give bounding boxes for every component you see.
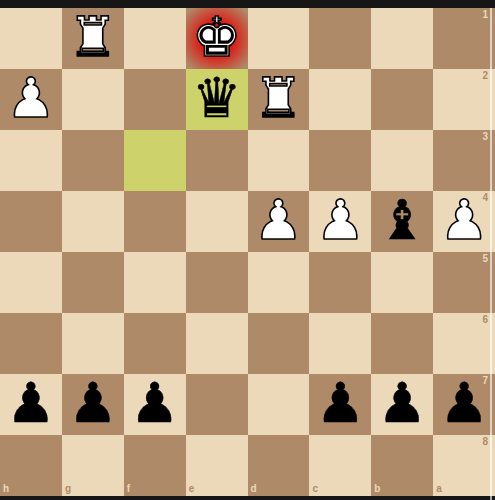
coord-rank-5: 5 [482, 253, 488, 264]
square-c4[interactable]: ♟ [309, 191, 371, 252]
square-a2[interactable]: 2 [433, 69, 495, 130]
coord-file-b: b [374, 483, 380, 494]
coord-rank-2: 2 [482, 70, 488, 81]
white-pawn[interactable]: ♟ [6, 69, 55, 129]
square-b8[interactable]: b [371, 435, 433, 496]
square-b7[interactable]: ♟ [371, 374, 433, 435]
chess-board[interactable]: ♜♚1♟♛♜23♟♟♝♟456♟♟♟♟♟♟7hgfedcba8 [0, 8, 495, 496]
page-frame: ♜♚1♟♛♜23♟♟♝♟456♟♟♟♟♟♟7hgfedcba8 [0, 0, 495, 500]
square-b3[interactable] [371, 130, 433, 191]
white-rook[interactable]: ♜ [254, 69, 303, 129]
square-b4[interactable]: ♝ [371, 191, 433, 252]
square-a6[interactable]: 6 [433, 313, 495, 374]
square-h7[interactable]: ♟ [0, 374, 62, 435]
black-pawn[interactable]: ♟ [130, 374, 179, 434]
top-bar [0, 0, 495, 8]
square-d1[interactable] [248, 8, 310, 69]
white-pawn[interactable]: ♟ [254, 191, 303, 251]
square-d4[interactable]: ♟ [248, 191, 310, 252]
white-pawn[interactable]: ♟ [316, 191, 365, 251]
square-d7[interactable] [248, 374, 310, 435]
square-d3[interactable] [248, 130, 310, 191]
black-pawn[interactable]: ♟ [6, 374, 55, 434]
square-h8[interactable]: h [0, 435, 62, 496]
white-king[interactable]: ♚ [192, 8, 241, 68]
coord-file-a: a [436, 483, 442, 494]
square-d6[interactable] [248, 313, 310, 374]
square-d8[interactable]: d [248, 435, 310, 496]
square-c1[interactable] [309, 8, 371, 69]
coord-file-d: d [251, 483, 257, 494]
square-f8[interactable]: f [124, 435, 186, 496]
square-a8[interactable]: a8 [433, 435, 495, 496]
square-c8[interactable]: c [309, 435, 371, 496]
black-pawn[interactable]: ♟ [68, 374, 117, 434]
coord-file-e: e [189, 483, 195, 494]
square-g2[interactable] [62, 69, 124, 130]
coord-file-c: c [312, 483, 318, 494]
square-f2[interactable] [124, 69, 186, 130]
square-g8[interactable]: g [62, 435, 124, 496]
square-e1[interactable]: ♚ [186, 8, 248, 69]
square-f7[interactable]: ♟ [124, 374, 186, 435]
square-c3[interactable] [309, 130, 371, 191]
coord-rank-3: 3 [482, 131, 488, 142]
square-a1[interactable]: 1 [433, 8, 495, 69]
square-b5[interactable] [371, 252, 433, 313]
square-g4[interactable] [62, 191, 124, 252]
black-bishop[interactable]: ♝ [378, 191, 427, 251]
square-b1[interactable] [371, 8, 433, 69]
coord-file-f: f [127, 483, 130, 494]
square-g1[interactable]: ♜ [62, 8, 124, 69]
scrollbar[interactable] [490, 8, 492, 500]
square-a5[interactable]: 5 [433, 252, 495, 313]
white-pawn[interactable]: ♟ [439, 191, 488, 251]
square-f1[interactable] [124, 8, 186, 69]
square-h3[interactable] [0, 130, 62, 191]
square-b6[interactable] [371, 313, 433, 374]
square-d2[interactable]: ♜ [248, 69, 310, 130]
coord-file-h: h [3, 483, 9, 494]
square-h2[interactable]: ♟ [0, 69, 62, 130]
coord-rank-6: 6 [482, 314, 488, 325]
square-f5[interactable] [124, 252, 186, 313]
coord-file-g: g [65, 483, 71, 494]
square-g5[interactable] [62, 252, 124, 313]
square-f6[interactable] [124, 313, 186, 374]
bottom-bar [0, 496, 495, 500]
square-e5[interactable] [186, 252, 248, 313]
black-pawn[interactable]: ♟ [378, 374, 427, 434]
square-g3[interactable] [62, 130, 124, 191]
square-h1[interactable] [0, 8, 62, 69]
square-e3[interactable] [186, 130, 248, 191]
square-h6[interactable] [0, 313, 62, 374]
square-h4[interactable] [0, 191, 62, 252]
square-e8[interactable]: e [186, 435, 248, 496]
square-e2[interactable]: ♛ [186, 69, 248, 130]
square-g7[interactable]: ♟ [62, 374, 124, 435]
square-a7[interactable]: ♟7 [433, 374, 495, 435]
square-c7[interactable]: ♟ [309, 374, 371, 435]
square-e4[interactable] [186, 191, 248, 252]
coord-rank-1: 1 [482, 9, 488, 20]
black-pawn[interactable]: ♟ [316, 374, 365, 434]
black-pawn[interactable]: ♟ [439, 374, 488, 434]
black-queen[interactable]: ♛ [192, 69, 241, 129]
square-c2[interactable] [309, 69, 371, 130]
square-a4[interactable]: ♟4 [433, 191, 495, 252]
square-f4[interactable] [124, 191, 186, 252]
square-e6[interactable] [186, 313, 248, 374]
white-rook[interactable]: ♜ [68, 8, 117, 68]
coord-rank-8: 8 [482, 436, 488, 447]
square-f3[interactable] [124, 130, 186, 191]
square-c6[interactable] [309, 313, 371, 374]
square-h5[interactable] [0, 252, 62, 313]
square-c5[interactable] [309, 252, 371, 313]
square-a3[interactable]: 3 [433, 130, 495, 191]
square-e7[interactable] [186, 374, 248, 435]
square-g6[interactable] [62, 313, 124, 374]
square-d5[interactable] [248, 252, 310, 313]
square-b2[interactable] [371, 69, 433, 130]
